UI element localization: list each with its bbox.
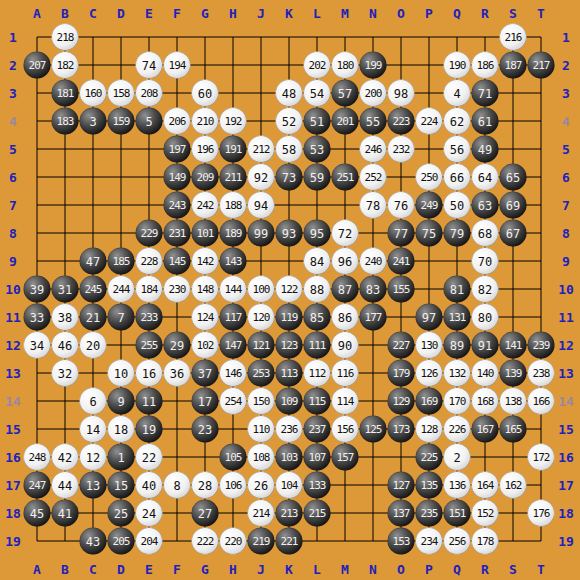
stone-E15-move-19[interactable]: 19	[136, 416, 163, 443]
move-number: 237	[308, 424, 325, 435]
stone-G13-move-37[interactable]: 37	[192, 360, 219, 387]
stone-A18-move-45[interactable]: 45	[24, 500, 51, 527]
stone-C19-move-43[interactable]: 43	[80, 528, 107, 555]
stone-D13-move-10[interactable]: 10	[108, 360, 135, 387]
move-number: 120	[252, 312, 269, 323]
stone-S14-move-138[interactable]: 138	[500, 388, 527, 415]
stone-O19-move-153[interactable]: 153	[388, 528, 415, 555]
stone-E2-move-74[interactable]: 74	[136, 52, 163, 79]
stone-R9-move-70[interactable]: 70	[472, 248, 499, 275]
stone-L9-move-84[interactable]: 84	[304, 248, 331, 275]
stone-L3-move-54[interactable]: 54	[304, 80, 331, 107]
stone-K15-move-236[interactable]: 236	[276, 416, 303, 443]
stone-C11-move-21[interactable]: 21	[80, 304, 107, 331]
stone-E17-move-40[interactable]: 40	[136, 472, 163, 499]
stone-F7-move-243[interactable]: 243	[164, 192, 191, 219]
move-number: 152	[476, 508, 493, 519]
move-number: 69	[506, 199, 520, 211]
stone-O4-move-223[interactable]: 223	[388, 108, 415, 135]
stone-Q13-move-132[interactable]: 132	[444, 360, 471, 387]
stone-K6-move-73[interactable]: 73	[276, 164, 303, 191]
stone-M8-move-72[interactable]: 72	[332, 220, 359, 247]
move-number: 219	[252, 536, 269, 547]
stone-R14-move-168[interactable]: 168	[472, 388, 499, 415]
stone-N3-move-200[interactable]: 200	[360, 80, 387, 107]
stone-B10-move-31[interactable]: 31	[52, 276, 79, 303]
stone-L5-move-53[interactable]: 53	[304, 136, 331, 163]
stone-M4-move-201[interactable]: 201	[332, 108, 359, 135]
stone-Q16-move-2[interactable]: 2	[444, 444, 471, 471]
stone-F8-move-231[interactable]: 231	[164, 220, 191, 247]
stone-J7-move-94[interactable]: 94	[248, 192, 275, 219]
stone-M9-move-96[interactable]: 96	[332, 248, 359, 275]
stone-G9-move-142[interactable]: 142	[192, 248, 219, 275]
stone-H11-move-117[interactable]: 117	[220, 304, 247, 331]
stone-M6-move-251[interactable]: 251	[332, 164, 359, 191]
stone-D18-move-25[interactable]: 25	[108, 500, 135, 527]
stone-J12-move-121[interactable]: 121	[248, 332, 275, 359]
stone-H17-move-106[interactable]: 106	[220, 472, 247, 499]
stone-D10-move-244[interactable]: 244	[108, 276, 135, 303]
stone-J11-move-120[interactable]: 120	[248, 304, 275, 331]
stone-T14-move-166[interactable]: 166	[528, 388, 555, 415]
stone-Q11-move-131[interactable]: 131	[444, 304, 471, 331]
move-number: 67	[506, 227, 520, 239]
stone-Q8-move-79[interactable]: 79	[444, 220, 471, 247]
stone-R4-move-61[interactable]: 61	[472, 108, 499, 135]
stone-O17-move-127[interactable]: 127	[388, 472, 415, 499]
stone-K17-move-104[interactable]: 104	[276, 472, 303, 499]
col-label-bottom-A: A	[33, 563, 41, 576]
stone-J10-move-100[interactable]: 100	[248, 276, 275, 303]
stone-B13-move-32[interactable]: 32	[52, 360, 79, 387]
move-number: 148	[196, 284, 213, 295]
stone-M12-move-90[interactable]: 90	[332, 332, 359, 359]
col-label-top-N: N	[369, 7, 377, 20]
stone-F12-move-29[interactable]: 29	[164, 332, 191, 359]
stone-R2-move-186[interactable]: 186	[472, 52, 499, 79]
move-number: 32	[58, 367, 72, 379]
stone-J17-move-26[interactable]: 26	[248, 472, 275, 499]
move-number: 15	[114, 479, 128, 491]
stone-H9-move-143[interactable]: 143	[220, 248, 247, 275]
stone-K5-move-58[interactable]: 58	[276, 136, 303, 163]
stone-O3-move-98[interactable]: 98	[388, 80, 415, 107]
stone-E19-move-204[interactable]: 204	[136, 528, 163, 555]
stone-D9-move-185[interactable]: 185	[108, 248, 135, 275]
stone-Q5-move-56[interactable]: 56	[444, 136, 471, 163]
stone-M16-move-157[interactable]: 157	[332, 444, 359, 471]
stone-C12-move-20[interactable]: 20	[80, 332, 107, 359]
stone-F2-move-194[interactable]: 194	[164, 52, 191, 79]
stone-M11-move-86[interactable]: 86	[332, 304, 359, 331]
stone-B16-move-42[interactable]: 42	[52, 444, 79, 471]
stone-T16-move-172[interactable]: 172	[528, 444, 555, 471]
stone-A11-move-33[interactable]: 33	[24, 304, 51, 331]
stone-N15-move-125[interactable]: 125	[360, 416, 387, 443]
stone-N5-move-246[interactable]: 246	[360, 136, 387, 163]
stone-A12-move-34[interactable]: 34	[24, 332, 51, 359]
stone-F17-move-8[interactable]: 8	[164, 472, 191, 499]
stone-E14-move-11[interactable]: 11	[136, 388, 163, 415]
stone-S12-move-141[interactable]: 141	[500, 332, 527, 359]
stone-T18-move-176[interactable]: 176	[528, 500, 555, 527]
move-number: 87	[338, 283, 352, 295]
stone-S7-move-69[interactable]: 69	[500, 192, 527, 219]
stone-C9-move-47[interactable]: 47	[80, 248, 107, 275]
stone-J6-move-92[interactable]: 92	[248, 164, 275, 191]
stone-E4-move-5[interactable]: 5	[136, 108, 163, 135]
stone-S13-move-139[interactable]: 139	[500, 360, 527, 387]
stone-F9-move-145[interactable]: 145	[164, 248, 191, 275]
move-number: 25	[114, 507, 128, 519]
stone-S2-move-187[interactable]: 187	[500, 52, 527, 79]
stone-Q3-move-4[interactable]: 4	[444, 80, 471, 107]
stone-B4-move-183[interactable]: 183	[52, 108, 79, 135]
move-number: 181	[56, 88, 73, 99]
stone-N4-move-55[interactable]: 55	[360, 108, 387, 135]
stone-L10-move-88[interactable]: 88	[304, 276, 331, 303]
stone-B11-move-38[interactable]: 38	[52, 304, 79, 331]
stone-G6-move-209[interactable]: 209	[192, 164, 219, 191]
stone-P11-move-97[interactable]: 97	[416, 304, 443, 331]
stone-D15-move-18[interactable]: 18	[108, 416, 135, 443]
go-board[interactable]: AABBCCDDEEFFGGHHJJKKLLMMNNOOPPQQRRSSTT11…	[0, 0, 580, 580]
col-label-bottom-K: K	[285, 563, 293, 576]
stone-S6-move-65[interactable]: 65	[500, 164, 527, 191]
stone-J14-move-150[interactable]: 150	[248, 388, 275, 415]
move-number: 52	[282, 115, 296, 127]
stone-O10-move-155[interactable]: 155	[388, 276, 415, 303]
stone-M2-move-180[interactable]: 180	[332, 52, 359, 79]
stone-P19-move-234[interactable]: 234	[416, 528, 443, 555]
stone-M10-move-87[interactable]: 87	[332, 276, 359, 303]
stone-S17-move-162[interactable]: 162	[500, 472, 527, 499]
stone-L15-move-237[interactable]: 237	[304, 416, 331, 443]
stone-D14-move-9[interactable]: 9	[108, 388, 135, 415]
col-label-bottom-D: D	[117, 563, 125, 576]
move-number: 168	[476, 396, 493, 407]
stone-K3-move-48[interactable]: 48	[276, 80, 303, 107]
stone-R18-move-152[interactable]: 152	[472, 500, 499, 527]
stone-L13-move-112[interactable]: 112	[304, 360, 331, 387]
stone-R10-move-82[interactable]: 82	[472, 276, 499, 303]
stone-G12-move-102[interactable]: 102	[192, 332, 219, 359]
stone-G18-move-27[interactable]: 27	[192, 500, 219, 527]
stone-R15-move-167[interactable]: 167	[472, 416, 499, 443]
stone-C15-move-14[interactable]: 14	[80, 416, 107, 443]
stone-H10-move-144[interactable]: 144	[220, 276, 247, 303]
stone-K10-move-122[interactable]: 122	[276, 276, 303, 303]
stone-S15-move-165[interactable]: 165	[500, 416, 527, 443]
stone-Q19-move-256[interactable]: 256	[444, 528, 471, 555]
stone-P13-move-126[interactable]: 126	[416, 360, 443, 387]
stone-P14-move-169[interactable]: 169	[416, 388, 443, 415]
stone-K11-move-119[interactable]: 119	[276, 304, 303, 331]
stone-N2-move-199[interactable]: 199	[360, 52, 387, 79]
stone-P7-move-249[interactable]: 249	[416, 192, 443, 219]
stone-G19-move-222[interactable]: 222	[192, 528, 219, 555]
stone-P12-move-130[interactable]: 130	[416, 332, 443, 359]
stone-G10-move-148[interactable]: 148	[192, 276, 219, 303]
move-number: 114	[336, 396, 353, 407]
stone-P18-move-235[interactable]: 235	[416, 500, 443, 527]
stone-B3-move-181[interactable]: 181	[52, 80, 79, 107]
stone-H4-move-192[interactable]: 192	[220, 108, 247, 135]
move-number: 150	[252, 396, 269, 407]
stone-H13-move-146[interactable]: 146	[220, 360, 247, 387]
move-number: 121	[252, 340, 269, 351]
stone-H6-move-211[interactable]: 211	[220, 164, 247, 191]
move-number: 62	[450, 115, 464, 127]
col-label-top-Q: Q	[453, 7, 461, 20]
stone-D19-move-205[interactable]: 205	[108, 528, 135, 555]
stone-H19-move-220[interactable]: 220	[220, 528, 247, 555]
stone-E8-move-229[interactable]: 229	[136, 220, 163, 247]
stone-D3-move-158[interactable]: 158	[108, 80, 135, 107]
stone-Q18-move-151[interactable]: 151	[444, 500, 471, 527]
stone-K19-move-221[interactable]: 221	[276, 528, 303, 555]
stone-G17-move-28[interactable]: 28	[192, 472, 219, 499]
col-label-bottom-Q: Q	[453, 563, 461, 576]
move-number: 200	[364, 88, 381, 99]
stone-P8-move-75[interactable]: 75	[416, 220, 443, 247]
stone-Q7-move-50[interactable]: 50	[444, 192, 471, 219]
stone-C16-move-12[interactable]: 12	[80, 444, 107, 471]
stone-H8-move-189[interactable]: 189	[220, 220, 247, 247]
stone-R19-move-178[interactable]: 178	[472, 528, 499, 555]
stone-Q2-move-190[interactable]: 190	[444, 52, 471, 79]
move-number: 240	[364, 256, 381, 267]
stone-E9-move-228[interactable]: 228	[136, 248, 163, 275]
stone-H5-move-191[interactable]: 191	[220, 136, 247, 163]
stone-G3-move-60[interactable]: 60	[192, 80, 219, 107]
move-number: 115	[308, 396, 325, 407]
stone-A16-move-248[interactable]: 248	[24, 444, 51, 471]
stone-G15-move-23[interactable]: 23	[192, 416, 219, 443]
move-number: 14	[86, 423, 100, 435]
stone-K12-move-123[interactable]: 123	[276, 332, 303, 359]
stone-A10-move-39[interactable]: 39	[24, 276, 51, 303]
stone-O14-move-129[interactable]: 129	[388, 388, 415, 415]
stone-O13-move-179[interactable]: 179	[388, 360, 415, 387]
stone-Q15-move-226[interactable]: 226	[444, 416, 471, 443]
move-number: 3	[89, 115, 96, 127]
stone-O15-move-173[interactable]: 173	[388, 416, 415, 443]
stone-K13-move-113[interactable]: 113	[276, 360, 303, 387]
stone-Q4-move-62[interactable]: 62	[444, 108, 471, 135]
move-number: 61	[478, 115, 492, 127]
stone-S1-move-216[interactable]: 216	[500, 24, 527, 51]
move-number: 116	[336, 368, 353, 379]
stone-K16-move-103[interactable]: 103	[276, 444, 303, 471]
stone-P17-move-135[interactable]: 135	[416, 472, 443, 499]
stone-L11-move-85[interactable]: 85	[304, 304, 331, 331]
stone-N11-move-177[interactable]: 177	[360, 304, 387, 331]
stone-O5-move-232[interactable]: 232	[388, 136, 415, 163]
row-label-left-14: 14	[5, 395, 21, 408]
stone-M15-move-156[interactable]: 156	[332, 416, 359, 443]
move-number: 250	[420, 172, 437, 183]
stone-K8-move-93[interactable]: 93	[276, 220, 303, 247]
stone-T12-move-239[interactable]: 239	[528, 332, 555, 359]
stone-D16-move-1[interactable]: 1	[108, 444, 135, 471]
stone-D17-move-15[interactable]: 15	[108, 472, 135, 499]
stone-Q10-move-81[interactable]: 81	[444, 276, 471, 303]
stone-R6-move-64[interactable]: 64	[472, 164, 499, 191]
move-number: 178	[476, 536, 493, 547]
row-label-left-2: 2	[9, 59, 17, 72]
stone-L4-move-51[interactable]: 51	[304, 108, 331, 135]
stone-N9-move-240[interactable]: 240	[360, 248, 387, 275]
stone-L2-move-202[interactable]: 202	[304, 52, 331, 79]
stone-G8-move-101[interactable]: 101	[192, 220, 219, 247]
move-number: 247	[28, 480, 45, 491]
stone-R8-move-68[interactable]: 68	[472, 220, 499, 247]
stone-J13-move-253[interactable]: 253	[248, 360, 275, 387]
stone-L17-move-133[interactable]: 133	[304, 472, 331, 499]
stone-J19-move-219[interactable]: 219	[248, 528, 275, 555]
col-label-top-B: B	[61, 7, 69, 20]
stone-F13-move-36[interactable]: 36	[164, 360, 191, 387]
stone-C17-move-13[interactable]: 13	[80, 472, 107, 499]
stone-G11-move-124[interactable]: 124	[192, 304, 219, 331]
stone-D4-move-159[interactable]: 159	[108, 108, 135, 135]
move-number: 126	[420, 368, 437, 379]
col-label-bottom-H: H	[229, 563, 237, 576]
stone-O18-move-137[interactable]: 137	[388, 500, 415, 527]
stone-E13-move-16[interactable]: 16	[136, 360, 163, 387]
stone-P16-move-225[interactable]: 225	[416, 444, 443, 471]
move-number: 255	[140, 340, 157, 351]
stone-L8-move-95[interactable]: 95	[304, 220, 331, 247]
stone-B1-move-218[interactable]: 218	[52, 24, 79, 51]
move-number: 80	[478, 311, 492, 323]
move-number: 176	[532, 508, 549, 519]
stone-C3-move-160[interactable]: 160	[80, 80, 107, 107]
stone-D11-move-7[interactable]: 7	[108, 304, 135, 331]
stone-Q17-move-136[interactable]: 136	[444, 472, 471, 499]
stone-O12-move-227[interactable]: 227	[388, 332, 415, 359]
stone-R5-move-49[interactable]: 49	[472, 136, 499, 163]
stone-C4-move-3[interactable]: 3	[80, 108, 107, 135]
stone-O7-move-76[interactable]: 76	[388, 192, 415, 219]
move-number: 201	[336, 116, 353, 127]
stone-E10-move-184[interactable]: 184	[136, 276, 163, 303]
stone-E12-move-255[interactable]: 255	[136, 332, 163, 359]
stone-G7-move-242[interactable]: 242	[192, 192, 219, 219]
move-number: 76	[394, 199, 408, 211]
stone-Q12-move-89[interactable]: 89	[444, 332, 471, 359]
stone-H14-move-254[interactable]: 254	[220, 388, 247, 415]
stone-G4-move-210[interactable]: 210	[192, 108, 219, 135]
stone-H12-move-147[interactable]: 147	[220, 332, 247, 359]
stone-K4-move-52[interactable]: 52	[276, 108, 303, 135]
stone-L6-move-59[interactable]: 59	[304, 164, 331, 191]
stone-C14-move-6[interactable]: 6	[80, 388, 107, 415]
stone-N6-move-252[interactable]: 252	[360, 164, 387, 191]
move-number: 143	[224, 256, 241, 267]
stone-E3-move-208[interactable]: 208	[136, 80, 163, 107]
stone-K14-move-109[interactable]: 109	[276, 388, 303, 415]
stone-S8-move-67[interactable]: 67	[500, 220, 527, 247]
stone-B12-move-46[interactable]: 46	[52, 332, 79, 359]
move-number: 91	[478, 339, 492, 351]
stone-A17-move-247[interactable]: 247	[24, 472, 51, 499]
stone-R7-move-63[interactable]: 63	[472, 192, 499, 219]
stone-M14-move-114[interactable]: 114	[332, 388, 359, 415]
stone-E18-move-24[interactable]: 24	[136, 500, 163, 527]
move-number: 214	[252, 508, 269, 519]
stone-E11-move-233[interactable]: 233	[136, 304, 163, 331]
stone-H16-move-105[interactable]: 105	[220, 444, 247, 471]
move-number: 206	[168, 116, 185, 127]
stone-F4-move-206[interactable]: 206	[164, 108, 191, 135]
stone-J8-move-99[interactable]: 99	[248, 220, 275, 247]
stone-N10-move-83[interactable]: 83	[360, 276, 387, 303]
stone-L16-move-107[interactable]: 107	[304, 444, 331, 471]
stone-J18-move-214[interactable]: 214	[248, 500, 275, 527]
stone-T2-move-217[interactable]: 217	[528, 52, 555, 79]
stone-P15-move-128[interactable]: 128	[416, 416, 443, 443]
move-number: 248	[28, 452, 45, 463]
move-number: 213	[280, 508, 297, 519]
stone-O9-move-241[interactable]: 241	[388, 248, 415, 275]
stone-F5-move-197[interactable]: 197	[164, 136, 191, 163]
stone-M13-move-116[interactable]: 116	[332, 360, 359, 387]
stone-M3-move-57[interactable]: 57	[332, 80, 359, 107]
stone-P6-move-250[interactable]: 250	[416, 164, 443, 191]
stone-L18-move-215[interactable]: 215	[304, 500, 331, 527]
move-number: 197	[168, 144, 185, 155]
stone-A2-move-207[interactable]: 207	[24, 52, 51, 79]
stone-B2-move-182[interactable]: 182	[52, 52, 79, 79]
stone-J16-move-108[interactable]: 108	[248, 444, 275, 471]
stone-R3-move-71[interactable]: 71	[472, 80, 499, 107]
move-number: 9	[117, 395, 124, 407]
stone-L12-move-111[interactable]: 111	[304, 332, 331, 359]
stone-F10-move-230[interactable]: 230	[164, 276, 191, 303]
stone-H7-move-188[interactable]: 188	[220, 192, 247, 219]
stone-R12-move-91[interactable]: 91	[472, 332, 499, 359]
move-number: 244	[112, 284, 129, 295]
move-number: 75	[422, 227, 436, 239]
stone-R11-move-80[interactable]: 80	[472, 304, 499, 331]
stone-C10-move-245[interactable]: 245	[80, 276, 107, 303]
stone-J5-move-212[interactable]: 212	[248, 136, 275, 163]
stone-R17-move-164[interactable]: 164	[472, 472, 499, 499]
stone-F6-move-149[interactable]: 149	[164, 164, 191, 191]
stone-Q6-move-66[interactable]: 66	[444, 164, 471, 191]
stone-J15-move-110[interactable]: 110	[248, 416, 275, 443]
stone-O8-move-77[interactable]: 77	[388, 220, 415, 247]
stone-R13-move-140[interactable]: 140	[472, 360, 499, 387]
stone-L14-move-115[interactable]: 115	[304, 388, 331, 415]
stone-G14-move-17[interactable]: 17	[192, 388, 219, 415]
stone-B17-move-44[interactable]: 44	[52, 472, 79, 499]
col-label-bottom-S: S	[509, 563, 517, 576]
stone-B18-move-41[interactable]: 41	[52, 500, 79, 527]
row-label-right-17: 17	[558, 479, 574, 492]
stone-N7-move-78[interactable]: 78	[360, 192, 387, 219]
stone-T13-move-238[interactable]: 238	[528, 360, 555, 387]
stone-K18-move-213[interactable]: 213	[276, 500, 303, 527]
stone-G5-move-196[interactable]: 196	[192, 136, 219, 163]
stone-P4-move-224[interactable]: 224	[416, 108, 443, 135]
move-number: 21	[86, 311, 100, 323]
stone-E16-move-22[interactable]: 22	[136, 444, 163, 471]
stone-Q14-move-170[interactable]: 170	[444, 388, 471, 415]
